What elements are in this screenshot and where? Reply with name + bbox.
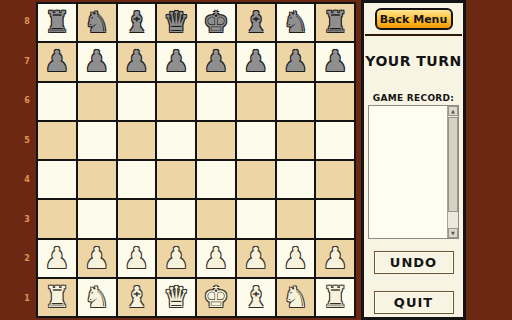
square-h8[interactable]: ♜ <box>316 4 354 41</box>
piece-black-pawn[interactable]: ♟ <box>282 47 308 76</box>
piece-white-pawn[interactable]: ♟ <box>123 244 149 273</box>
rank-label-6: 6 <box>20 81 34 121</box>
game-record-text <box>371 107 445 237</box>
square-d3[interactable] <box>157 200 195 237</box>
piece-white-pawn[interactable]: ♟ <box>163 244 189 273</box>
square-g5[interactable] <box>277 122 315 159</box>
square-e2[interactable]: ♟ <box>197 240 235 277</box>
piece-black-pawn[interactable]: ♟ <box>243 47 269 76</box>
square-d7[interactable]: ♟ <box>157 43 195 80</box>
square-d4[interactable] <box>157 161 195 198</box>
quit-button[interactable]: QUIT <box>374 291 454 314</box>
rank-label-2: 2 <box>20 239 34 279</box>
piece-black-pawn[interactable]: ♟ <box>84 47 110 76</box>
square-b4[interactable] <box>78 161 116 198</box>
record-scrollbar[interactable]: ▲ ▼ <box>447 106 458 238</box>
square-h7[interactable]: ♟ <box>316 43 354 80</box>
square-f7[interactable]: ♟ <box>237 43 275 80</box>
square-a8[interactable]: ♜ <box>38 4 76 41</box>
square-c8[interactable]: ♝ <box>118 4 156 41</box>
square-g2[interactable]: ♟ <box>277 240 315 277</box>
square-c5[interactable] <box>118 122 156 159</box>
piece-white-bishop[interactable]: ♝ <box>243 283 269 312</box>
square-d1[interactable]: ♛ <box>157 279 195 316</box>
square-g8[interactable]: ♞ <box>277 4 315 41</box>
square-f3[interactable] <box>237 200 275 237</box>
square-e5[interactable] <box>197 122 235 159</box>
piece-white-rook[interactable]: ♜ <box>322 283 348 312</box>
square-f6[interactable] <box>237 83 275 120</box>
back-menu-button[interactable]: Back Menu <box>375 8 453 30</box>
undo-button[interactable]: UNDO <box>374 251 454 274</box>
square-b8[interactable]: ♞ <box>78 4 116 41</box>
rank-label-3: 3 <box>20 200 34 240</box>
square-f5[interactable] <box>237 122 275 159</box>
piece-black-queen[interactable]: ♛ <box>163 8 189 37</box>
square-f8[interactable]: ♝ <box>237 4 275 41</box>
chess-board: ♜♞♝♛♚♝♞♜♟♟♟♟♟♟♟♟♟♟♟♟♟♟♟♟♜♞♝♛♚♝♞♜ <box>36 2 356 318</box>
piece-black-pawn[interactable]: ♟ <box>322 47 348 76</box>
square-h5[interactable] <box>316 122 354 159</box>
scroll-down-icon[interactable]: ▼ <box>448 228 458 238</box>
square-c2[interactable]: ♟ <box>118 240 156 277</box>
square-c7[interactable]: ♟ <box>118 43 156 80</box>
scrollbar-thumb[interactable] <box>448 117 458 212</box>
square-b3[interactable] <box>78 200 116 237</box>
square-c4[interactable] <box>118 161 156 198</box>
square-e7[interactable]: ♟ <box>197 43 235 80</box>
square-d8[interactable]: ♛ <box>157 4 195 41</box>
square-a7[interactable]: ♟ <box>38 43 76 80</box>
scroll-up-icon[interactable]: ▲ <box>448 106 458 116</box>
piece-white-rook[interactable]: ♜ <box>44 283 70 312</box>
square-e1[interactable]: ♚ <box>197 279 235 316</box>
square-h1[interactable]: ♜ <box>316 279 354 316</box>
square-h6[interactable] <box>316 83 354 120</box>
square-d5[interactable] <box>157 122 195 159</box>
piece-white-pawn[interactable]: ♟ <box>282 244 308 273</box>
piece-black-king[interactable]: ♚ <box>203 8 229 37</box>
piece-white-knight[interactable]: ♞ <box>84 283 110 312</box>
sidebar-panel: Back Menu YOUR TURN GAME RECORD: ▲ ▼ UND… <box>361 0 466 320</box>
square-a4[interactable] <box>38 161 76 198</box>
square-d2[interactable]: ♟ <box>157 240 195 277</box>
square-a2[interactable]: ♟ <box>38 240 76 277</box>
piece-white-pawn[interactable]: ♟ <box>322 244 348 273</box>
piece-white-pawn[interactable]: ♟ <box>44 244 70 273</box>
square-e6[interactable] <box>197 83 235 120</box>
square-h4[interactable] <box>316 161 354 198</box>
piece-white-pawn[interactable]: ♟ <box>84 244 110 273</box>
square-e8[interactable]: ♚ <box>197 4 235 41</box>
square-b5[interactable] <box>78 122 116 159</box>
piece-white-knight[interactable]: ♞ <box>282 283 308 312</box>
rank-label-1: 1 <box>20 279 34 319</box>
piece-white-bishop[interactable]: ♝ <box>123 283 149 312</box>
piece-black-pawn[interactable]: ♟ <box>163 47 189 76</box>
square-g3[interactable] <box>277 200 315 237</box>
square-f1[interactable]: ♝ <box>237 279 275 316</box>
rank-label-4: 4 <box>20 160 34 200</box>
piece-white-pawn[interactable]: ♟ <box>203 244 229 273</box>
square-g7[interactable]: ♟ <box>277 43 315 80</box>
rank-label-7: 7 <box>20 42 34 82</box>
piece-black-knight[interactable]: ♞ <box>282 8 308 37</box>
piece-white-pawn[interactable]: ♟ <box>243 244 269 273</box>
piece-black-pawn[interactable]: ♟ <box>44 47 70 76</box>
square-a5[interactable] <box>38 122 76 159</box>
square-h3[interactable] <box>316 200 354 237</box>
square-e4[interactable] <box>197 161 235 198</box>
square-g6[interactable] <box>277 83 315 120</box>
piece-black-rook[interactable]: ♜ <box>322 8 348 37</box>
square-f4[interactable] <box>237 161 275 198</box>
square-a1[interactable]: ♜ <box>38 279 76 316</box>
square-b7[interactable]: ♟ <box>78 43 116 80</box>
square-d6[interactable] <box>157 83 195 120</box>
square-b2[interactable]: ♟ <box>78 240 116 277</box>
piece-white-queen[interactable]: ♛ <box>163 283 189 312</box>
square-e3[interactable] <box>197 200 235 237</box>
square-g1[interactable]: ♞ <box>277 279 315 316</box>
rank-label-8: 8 <box>20 2 34 42</box>
square-h2[interactable]: ♟ <box>316 240 354 277</box>
square-a6[interactable] <box>38 83 76 120</box>
piece-black-bishop[interactable]: ♝ <box>243 8 269 37</box>
piece-black-pawn[interactable]: ♟ <box>123 47 149 76</box>
piece-black-rook[interactable]: ♜ <box>44 8 70 37</box>
piece-white-king[interactable]: ♚ <box>203 283 229 312</box>
square-g4[interactable] <box>277 161 315 198</box>
game-record-box[interactable]: ▲ ▼ <box>368 105 459 239</box>
square-c6[interactable] <box>118 83 156 120</box>
game-record-label: GAME RECORD: <box>364 93 463 103</box>
piece-black-knight[interactable]: ♞ <box>84 8 110 37</box>
square-a3[interactable] <box>38 200 76 237</box>
piece-black-bishop[interactable]: ♝ <box>123 8 149 37</box>
square-b6[interactable] <box>78 83 116 120</box>
square-c1[interactable]: ♝ <box>118 279 156 316</box>
turn-status-text: YOUR TURN <box>364 53 463 69</box>
square-f2[interactable]: ♟ <box>237 240 275 277</box>
square-b1[interactable]: ♞ <box>78 279 116 316</box>
square-c3[interactable] <box>118 200 156 237</box>
sidebar-divider <box>365 34 462 36</box>
rank-label-5: 5 <box>20 121 34 161</box>
rank-labels: 87654321 <box>20 2 34 318</box>
piece-black-pawn[interactable]: ♟ <box>203 47 229 76</box>
